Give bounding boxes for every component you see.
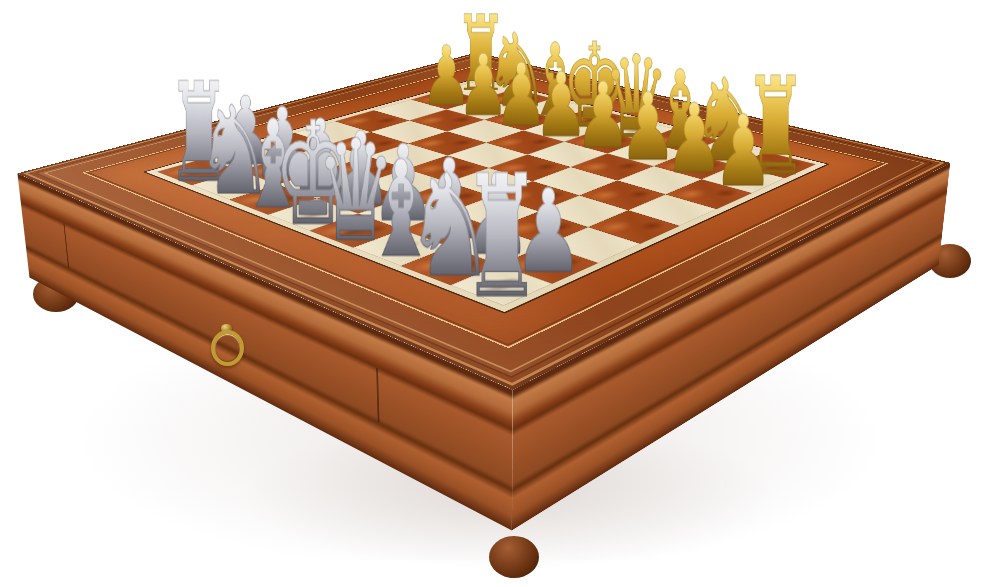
chess-case: ♜♟♟♜♞♟♟♞♝♟♟♝♚♟♟♚♛♟♟♛♝♟♟♝♞♟♟♞♜♟♟♜: [17, 53, 950, 390]
drawer-seam: [376, 368, 379, 423]
bun-foot-near: [489, 536, 539, 578]
perspective-stage: ♜♟♟♜♞♟♟♞♝♟♟♝♚♟♟♚♛♟♟♛♝♟♟♝♞♟♟♞♜♟♟♜: [159, 0, 819, 498]
drawer-ring-pull[interactable]: [211, 330, 244, 366]
drawer-seam: [63, 223, 69, 268]
photo-canvas: ♜♟♟♜♞♟♟♞♝♟♟♝♚♟♟♚♛♟♟♛♝♟♟♝♞♟♟♞♜♟♟♜: [0, 0, 1000, 587]
